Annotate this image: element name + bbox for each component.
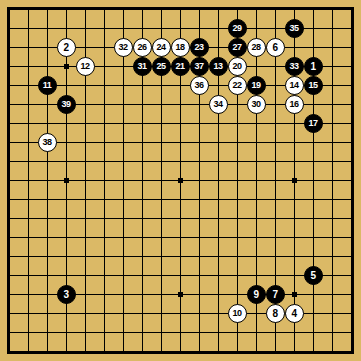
grid-line-horizontal	[9, 256, 351, 257]
move-number: 29	[232, 23, 241, 33]
move-number: 25	[156, 61, 165, 71]
move-number: 15	[308, 80, 317, 90]
move-number: 10	[232, 308, 241, 318]
grid-line-horizontal	[9, 199, 351, 200]
move-number: 3	[63, 289, 68, 300]
grid-line-horizontal	[9, 332, 351, 333]
move-number: 35	[289, 23, 298, 33]
move-number: 27	[232, 42, 241, 52]
star-point	[292, 178, 297, 183]
black-stone-1[interactable]: 1	[304, 57, 323, 76]
move-number: 26	[137, 42, 146, 52]
white-stone-2[interactable]: 2	[57, 38, 76, 57]
black-stone-31[interactable]: 31	[133, 57, 152, 76]
grid-line-vertical	[332, 9, 333, 351]
move-number: 2	[63, 42, 68, 53]
move-number: 11	[43, 80, 52, 90]
white-stone-30[interactable]: 30	[247, 95, 266, 114]
move-number: 8	[272, 308, 277, 319]
go-board[interactable]: 1234567891011121314151617181920212223242…	[0, 0, 361, 361]
star-point	[178, 292, 183, 297]
black-stone-3[interactable]: 3	[57, 285, 76, 304]
move-number: 34	[213, 99, 222, 109]
white-stone-34[interactable]: 34	[209, 95, 228, 114]
black-stone-5[interactable]: 5	[304, 266, 323, 285]
move-number: 12	[80, 61, 89, 71]
black-stone-21[interactable]: 21	[171, 57, 190, 76]
white-stone-8[interactable]: 8	[266, 304, 285, 323]
go-diagram: 1234567891011121314151617181920212223242…	[0, 0, 361, 361]
white-stone-10[interactable]: 10	[228, 304, 247, 323]
move-number: 37	[194, 61, 203, 71]
black-stone-25[interactable]: 25	[152, 57, 171, 76]
white-stone-32[interactable]: 32	[114, 38, 133, 57]
black-stone-19[interactable]: 19	[247, 76, 266, 95]
move-number: 20	[232, 61, 241, 71]
move-number: 16	[289, 99, 298, 109]
white-stone-18[interactable]: 18	[171, 38, 190, 57]
black-stone-37[interactable]: 37	[190, 57, 209, 76]
white-stone-22[interactable]: 22	[228, 76, 247, 95]
white-stone-6[interactable]: 6	[266, 38, 285, 57]
grid-line-horizontal	[9, 275, 351, 276]
move-number: 30	[251, 99, 260, 109]
move-number: 24	[156, 42, 165, 52]
white-stone-14[interactable]: 14	[285, 76, 304, 95]
black-stone-29[interactable]: 29	[228, 19, 247, 38]
move-number: 14	[289, 80, 298, 90]
move-number: 6	[272, 42, 277, 53]
white-stone-36[interactable]: 36	[190, 76, 209, 95]
move-number: 28	[251, 42, 260, 52]
move-number: 23	[194, 42, 203, 52]
black-stone-17[interactable]: 17	[304, 114, 323, 133]
star-point	[292, 292, 297, 297]
white-stone-20[interactable]: 20	[228, 57, 247, 76]
white-stone-38[interactable]: 38	[38, 133, 57, 152]
move-number: 19	[251, 80, 260, 90]
move-number: 4	[291, 308, 296, 319]
black-stone-15[interactable]: 15	[304, 76, 323, 95]
move-number: 21	[175, 61, 184, 71]
black-stone-39[interactable]: 39	[57, 95, 76, 114]
white-stone-26[interactable]: 26	[133, 38, 152, 57]
move-number: 13	[213, 61, 222, 71]
move-number: 31	[137, 61, 146, 71]
move-number: 17	[308, 118, 317, 128]
move-number: 22	[232, 80, 241, 90]
black-stone-33[interactable]: 33	[285, 57, 304, 76]
move-number: 38	[42, 137, 51, 147]
white-stone-24[interactable]: 24	[152, 38, 171, 57]
grid-line-horizontal	[9, 237, 351, 238]
move-number: 33	[289, 61, 298, 71]
move-number: 1	[310, 61, 315, 72]
black-stone-7[interactable]: 7	[266, 285, 285, 304]
move-number: 36	[194, 80, 203, 90]
move-number: 39	[61, 99, 70, 109]
star-point	[64, 64, 69, 69]
white-stone-28[interactable]: 28	[247, 38, 266, 57]
star-point	[178, 178, 183, 183]
move-number: 9	[253, 289, 258, 300]
white-stone-12[interactable]: 12	[76, 57, 95, 76]
black-stone-27[interactable]: 27	[228, 38, 247, 57]
grid-line-horizontal	[9, 218, 351, 219]
move-number: 32	[118, 42, 127, 52]
black-stone-11[interactable]: 11	[38, 76, 57, 95]
black-stone-9[interactable]: 9	[247, 285, 266, 304]
move-number: 7	[272, 289, 277, 300]
move-number: 18	[175, 42, 184, 52]
black-stone-13[interactable]: 13	[209, 57, 228, 76]
star-point	[64, 178, 69, 183]
white-stone-16[interactable]: 16	[285, 95, 304, 114]
move-number: 5	[310, 270, 315, 281]
black-stone-23[interactable]: 23	[190, 38, 209, 57]
white-stone-4[interactable]: 4	[285, 304, 304, 323]
black-stone-35[interactable]: 35	[285, 19, 304, 38]
